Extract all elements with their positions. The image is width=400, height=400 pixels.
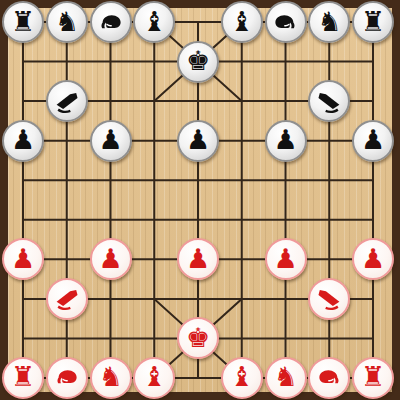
piece-red-cannon[interactable]	[308, 278, 350, 320]
soldier-glyph: ♟	[11, 245, 35, 272]
cannon-icon	[53, 285, 80, 312]
chariot-glyph: ♜	[361, 8, 385, 35]
piece-red-chariot[interactable]: ♜	[352, 357, 394, 399]
cannon-icon	[316, 88, 343, 115]
piece-black-soldier[interactable]: ♟	[177, 120, 219, 162]
piece-red-advisor[interactable]: ♝	[221, 357, 263, 399]
piece-red-general[interactable]: ♚	[177, 317, 219, 359]
piece-black-soldier[interactable]: ♟	[265, 120, 307, 162]
horse-glyph: ♞	[273, 363, 297, 390]
piece-black-soldier[interactable]: ♟	[352, 120, 394, 162]
piece-black-soldier[interactable]: ♟	[2, 120, 44, 162]
piece-black-chariot[interactable]: ♜	[2, 1, 44, 43]
general-glyph: ♚	[186, 324, 210, 351]
piece-red-elephant[interactable]	[46, 357, 88, 399]
horse-glyph: ♞	[98, 363, 122, 390]
piece-red-advisor[interactable]: ♝	[133, 357, 175, 399]
piece-black-horse[interactable]: ♞	[308, 1, 350, 43]
soldier-glyph: ♟	[98, 126, 122, 153]
elephant-icon	[53, 364, 80, 391]
elephant-icon	[316, 364, 343, 391]
piece-red-chariot[interactable]: ♜	[2, 357, 44, 399]
piece-black-cannon[interactable]	[46, 80, 88, 122]
chariot-glyph: ♜	[11, 363, 35, 390]
piece-red-horse[interactable]: ♞	[90, 357, 132, 399]
piece-black-elephant[interactable]	[265, 1, 307, 43]
piece-red-cannon[interactable]	[46, 278, 88, 320]
general-glyph: ♚	[186, 47, 210, 74]
piece-red-horse[interactable]: ♞	[265, 357, 307, 399]
piece-black-general[interactable]: ♚	[177, 41, 219, 83]
chariot-glyph: ♜	[11, 8, 35, 35]
soldier-glyph: ♟	[186, 245, 210, 272]
piece-red-soldier[interactable]: ♟	[265, 238, 307, 280]
chariot-glyph: ♜	[361, 363, 385, 390]
soldier-glyph: ♟	[98, 245, 122, 272]
elephant-icon	[272, 9, 299, 36]
piece-black-cannon[interactable]	[308, 80, 350, 122]
cannon-icon	[53, 88, 80, 115]
horse-glyph: ♞	[55, 8, 79, 35]
piece-red-soldier[interactable]: ♟	[177, 238, 219, 280]
soldier-glyph: ♟	[186, 126, 210, 153]
piece-red-soldier[interactable]: ♟	[352, 238, 394, 280]
advisor-glyph: ♝	[142, 363, 166, 390]
elephant-icon	[97, 9, 124, 36]
advisor-glyph: ♝	[142, 8, 166, 35]
piece-black-elephant[interactable]	[90, 1, 132, 43]
soldier-glyph: ♟	[273, 245, 297, 272]
soldier-glyph: ♟	[361, 245, 385, 272]
soldier-glyph: ♟	[273, 126, 297, 153]
pieces-layer: ♜♞♝♝♞♜♚♟♟♟♟♟♟♟♟♟♟♚♜♞♝♝♞♜	[0, 0, 400, 400]
horse-glyph: ♞	[317, 8, 341, 35]
piece-red-soldier[interactable]: ♟	[2, 238, 44, 280]
soldier-glyph: ♟	[11, 126, 35, 153]
advisor-glyph: ♝	[230, 363, 254, 390]
soldier-glyph: ♟	[361, 126, 385, 153]
cannon-icon	[316, 285, 343, 312]
xiangqi-board[interactable]: ♜♞♝♝♞♜♚♟♟♟♟♟♟♟♟♟♟♚♜♞♝♝♞♜	[0, 0, 400, 400]
piece-red-elephant[interactable]	[308, 357, 350, 399]
piece-red-soldier[interactable]: ♟	[90, 238, 132, 280]
advisor-glyph: ♝	[230, 8, 254, 35]
piece-black-horse[interactable]: ♞	[46, 1, 88, 43]
piece-black-advisor[interactable]: ♝	[221, 1, 263, 43]
piece-black-chariot[interactable]: ♜	[352, 1, 394, 43]
piece-black-soldier[interactable]: ♟	[90, 120, 132, 162]
piece-black-advisor[interactable]: ♝	[133, 1, 175, 43]
